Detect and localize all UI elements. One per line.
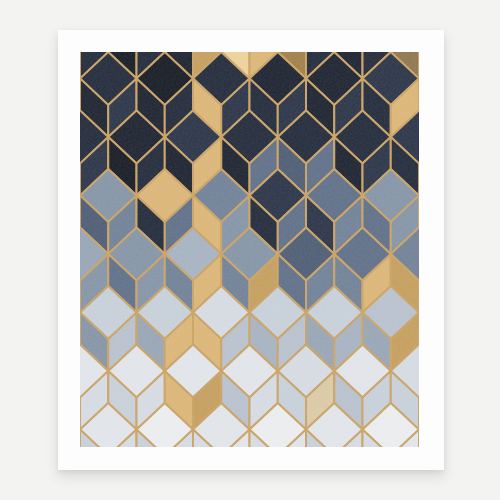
cube-pattern-artwork (80, 52, 419, 447)
cube-grid (80, 52, 419, 447)
paper-texture-overlay (80, 52, 419, 447)
art-print-sheet (58, 30, 444, 470)
product-photo-background (0, 0, 500, 500)
